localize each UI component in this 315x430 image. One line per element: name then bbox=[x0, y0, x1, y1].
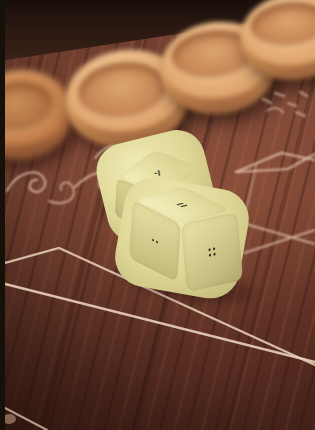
front-die-right-face bbox=[181, 212, 243, 292]
die-pip bbox=[184, 205, 188, 206]
die-pip bbox=[158, 174, 161, 176]
backgammon-board-photo bbox=[5, 0, 315, 430]
die-pip bbox=[214, 253, 216, 256]
die-pip bbox=[209, 254, 211, 257]
inlay-blob bbox=[5, 414, 16, 424]
die-pip bbox=[180, 203, 184, 204]
die-pip bbox=[208, 248, 210, 251]
die-pip bbox=[213, 247, 215, 250]
die-pip bbox=[152, 238, 154, 241]
die-pip bbox=[156, 240, 158, 243]
